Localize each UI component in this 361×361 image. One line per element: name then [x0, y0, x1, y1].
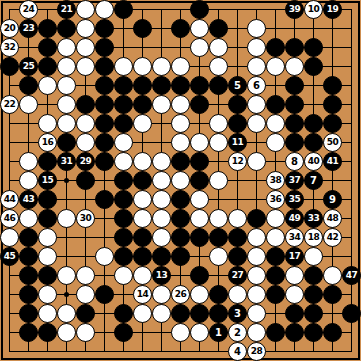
board-intersection[interactable]: [190, 0, 209, 19]
board-intersection[interactable]: [57, 285, 76, 304]
board-intersection[interactable]: [266, 38, 285, 57]
white-stone[interactable]: [57, 57, 76, 76]
board-intersection[interactable]: [171, 114, 190, 133]
white-stone[interactable]: [247, 228, 266, 247]
white-stone[interactable]: [38, 76, 57, 95]
black-stone[interactable]: [114, 95, 133, 114]
board-intersection[interactable]: [19, 95, 38, 114]
board-intersection[interactable]: [285, 38, 304, 57]
board-intersection[interactable]: [285, 95, 304, 114]
board-intersection[interactable]: [323, 95, 342, 114]
board-intersection[interactable]: [247, 171, 266, 190]
black-stone[interactable]: [19, 76, 38, 95]
board-intersection[interactable]: [95, 228, 114, 247]
board-intersection[interactable]: [209, 209, 228, 228]
board-intersection[interactable]: [171, 266, 190, 285]
board-intersection[interactable]: [152, 247, 171, 266]
board-intersection[interactable]: [19, 152, 38, 171]
board-intersection[interactable]: [133, 190, 152, 209]
board-intersection[interactable]: [247, 133, 266, 152]
white-stone[interactable]: [190, 19, 209, 38]
board-intersection[interactable]: [323, 114, 342, 133]
black-stone[interactable]: 9: [323, 190, 342, 209]
black-stone[interactable]: [38, 323, 57, 342]
board-intersection[interactable]: [95, 0, 114, 19]
board-intersection[interactable]: [0, 0, 19, 19]
board-intersection[interactable]: [266, 323, 285, 342]
white-stone[interactable]: [152, 209, 171, 228]
board-intersection[interactable]: [133, 76, 152, 95]
board-intersection[interactable]: [38, 304, 57, 323]
board-intersection[interactable]: [0, 304, 19, 323]
board-intersection[interactable]: [228, 57, 247, 76]
board-intersection[interactable]: [266, 304, 285, 323]
white-stone[interactable]: [57, 95, 76, 114]
board-intersection[interactable]: [114, 57, 133, 76]
board-intersection[interactable]: [304, 114, 323, 133]
white-stone[interactable]: [114, 57, 133, 76]
board-intersection[interactable]: [38, 342, 57, 361]
board-intersection[interactable]: [76, 76, 95, 95]
board-intersection[interactable]: [266, 285, 285, 304]
black-stone[interactable]: [304, 323, 323, 342]
board-intersection[interactable]: [247, 323, 266, 342]
board-intersection[interactable]: [171, 76, 190, 95]
board-intersection[interactable]: [57, 38, 76, 57]
board-intersection[interactable]: [57, 95, 76, 114]
board-intersection[interactable]: [114, 133, 133, 152]
board-intersection[interactable]: [95, 304, 114, 323]
board-intersection[interactable]: [19, 323, 38, 342]
board-intersection[interactable]: [95, 57, 114, 76]
board-intersection[interactable]: [171, 95, 190, 114]
white-stone[interactable]: [190, 285, 209, 304]
board-intersection[interactable]: [304, 342, 323, 361]
white-stone[interactable]: 38: [266, 171, 285, 190]
board-intersection[interactable]: [209, 76, 228, 95]
board-intersection[interactable]: [152, 114, 171, 133]
white-stone[interactable]: [38, 285, 57, 304]
board-intersection[interactable]: [133, 247, 152, 266]
board-intersection[interactable]: 43: [19, 190, 38, 209]
board-intersection[interactable]: [114, 342, 133, 361]
board-intersection[interactable]: [285, 19, 304, 38]
black-stone[interactable]: [133, 95, 152, 114]
board-intersection[interactable]: 49: [285, 209, 304, 228]
board-intersection[interactable]: [133, 152, 152, 171]
board-intersection[interactable]: [57, 342, 76, 361]
white-stone[interactable]: [266, 228, 285, 247]
black-stone[interactable]: [19, 285, 38, 304]
black-stone[interactable]: [190, 266, 209, 285]
white-stone[interactable]: 24: [19, 0, 38, 19]
white-stone[interactable]: 42: [323, 228, 342, 247]
board-intersection[interactable]: [342, 247, 361, 266]
board-intersection[interactable]: [57, 76, 76, 95]
black-stone[interactable]: [95, 38, 114, 57]
board-intersection[interactable]: [76, 190, 95, 209]
board-intersection[interactable]: [95, 285, 114, 304]
white-stone[interactable]: 26: [171, 285, 190, 304]
black-stone[interactable]: [285, 38, 304, 57]
board-intersection[interactable]: [133, 304, 152, 323]
black-stone[interactable]: [114, 114, 133, 133]
board-intersection[interactable]: [57, 304, 76, 323]
white-stone[interactable]: 10: [304, 0, 323, 19]
black-stone[interactable]: [76, 171, 95, 190]
board-intersection[interactable]: [152, 228, 171, 247]
board-intersection[interactable]: 32: [0, 38, 19, 57]
black-stone[interactable]: [19, 266, 38, 285]
board-intersection[interactable]: [247, 0, 266, 19]
black-stone[interactable]: [228, 228, 247, 247]
black-stone[interactable]: [228, 114, 247, 133]
black-stone[interactable]: [266, 323, 285, 342]
black-stone[interactable]: [304, 266, 323, 285]
white-stone[interactable]: [266, 57, 285, 76]
board-intersection[interactable]: [57, 114, 76, 133]
board-intersection[interactable]: [152, 285, 171, 304]
white-stone[interactable]: 22: [0, 95, 19, 114]
board-intersection[interactable]: [171, 152, 190, 171]
board-intersection[interactable]: [95, 171, 114, 190]
board-intersection[interactable]: [323, 76, 342, 95]
black-stone[interactable]: [114, 0, 133, 19]
black-stone[interactable]: [171, 209, 190, 228]
board-intersection[interactable]: [38, 228, 57, 247]
white-stone[interactable]: [76, 266, 95, 285]
board-intersection[interactable]: [171, 38, 190, 57]
board-intersection[interactable]: [19, 247, 38, 266]
white-stone[interactable]: [114, 133, 133, 152]
board-intersection[interactable]: [0, 171, 19, 190]
black-stone[interactable]: [266, 266, 285, 285]
board-intersection[interactable]: [323, 247, 342, 266]
white-stone[interactable]: [38, 228, 57, 247]
white-stone[interactable]: [209, 57, 228, 76]
white-stone[interactable]: [285, 266, 304, 285]
board-intersection[interactable]: 29: [76, 152, 95, 171]
white-stone[interactable]: [247, 95, 266, 114]
board-intersection[interactable]: [209, 114, 228, 133]
board-intersection[interactable]: 40: [304, 152, 323, 171]
white-stone[interactable]: [152, 171, 171, 190]
white-stone[interactable]: 28: [247, 342, 266, 361]
white-stone[interactable]: [171, 114, 190, 133]
white-stone[interactable]: [247, 152, 266, 171]
board-intersection[interactable]: [190, 247, 209, 266]
board-intersection[interactable]: [133, 342, 152, 361]
board-intersection[interactable]: [19, 285, 38, 304]
board-intersection[interactable]: [342, 57, 361, 76]
white-stone[interactable]: [209, 209, 228, 228]
board-intersection[interactable]: 6: [247, 76, 266, 95]
board-intersection[interactable]: [38, 209, 57, 228]
board-intersection[interactable]: [76, 95, 95, 114]
board-intersection[interactable]: [114, 152, 133, 171]
white-stone[interactable]: 8: [285, 152, 304, 171]
board-intersection[interactable]: [266, 76, 285, 95]
board-intersection[interactable]: [133, 95, 152, 114]
board-intersection[interactable]: [323, 57, 342, 76]
board-intersection[interactable]: [209, 342, 228, 361]
board-intersection[interactable]: [114, 304, 133, 323]
black-stone[interactable]: [57, 19, 76, 38]
board-intersection[interactable]: [76, 285, 95, 304]
board-intersection[interactable]: 14: [133, 285, 152, 304]
black-stone[interactable]: [342, 304, 361, 323]
board-intersection[interactable]: [171, 342, 190, 361]
board-intersection[interactable]: [171, 133, 190, 152]
white-stone[interactable]: [133, 152, 152, 171]
board-intersection[interactable]: [38, 38, 57, 57]
board-intersection[interactable]: [152, 0, 171, 19]
black-stone[interactable]: [190, 76, 209, 95]
board-intersection[interactable]: [0, 133, 19, 152]
black-stone[interactable]: [19, 247, 38, 266]
white-stone[interactable]: [247, 266, 266, 285]
board-intersection[interactable]: 23: [19, 19, 38, 38]
black-stone[interactable]: [285, 95, 304, 114]
black-stone[interactable]: [95, 152, 114, 171]
black-stone[interactable]: 31: [57, 152, 76, 171]
board-intersection[interactable]: [19, 342, 38, 361]
black-stone[interactable]: [133, 247, 152, 266]
board-intersection[interactable]: [209, 38, 228, 57]
board-intersection[interactable]: 50: [323, 133, 342, 152]
board-intersection[interactable]: [57, 228, 76, 247]
board-intersection[interactable]: 8: [285, 152, 304, 171]
black-stone[interactable]: [304, 285, 323, 304]
board-intersection[interactable]: [95, 76, 114, 95]
white-stone[interactable]: [285, 285, 304, 304]
black-stone[interactable]: [304, 133, 323, 152]
board-intersection[interactable]: [266, 209, 285, 228]
white-stone[interactable]: [247, 57, 266, 76]
board-intersection[interactable]: [228, 38, 247, 57]
board-intersection[interactable]: [57, 57, 76, 76]
board-intersection[interactable]: [304, 19, 323, 38]
black-stone[interactable]: [171, 19, 190, 38]
white-stone[interactable]: [57, 38, 76, 57]
black-stone[interactable]: [95, 76, 114, 95]
white-stone[interactable]: [209, 133, 228, 152]
board-intersection[interactable]: [190, 57, 209, 76]
white-stone[interactable]: [133, 114, 152, 133]
board-intersection[interactable]: [38, 323, 57, 342]
board-intersection[interactable]: 24: [19, 0, 38, 19]
board-intersection[interactable]: [152, 57, 171, 76]
board-intersection[interactable]: [152, 133, 171, 152]
white-stone[interactable]: [247, 247, 266, 266]
board-intersection[interactable]: [38, 247, 57, 266]
board-intersection[interactable]: [152, 152, 171, 171]
board-intersection[interactable]: [190, 209, 209, 228]
black-stone[interactable]: [209, 19, 228, 38]
board-intersection[interactable]: [57, 266, 76, 285]
board-intersection[interactable]: [0, 114, 19, 133]
white-stone[interactable]: [209, 114, 228, 133]
black-stone[interactable]: [266, 285, 285, 304]
black-stone[interactable]: [19, 304, 38, 323]
board-intersection[interactable]: [342, 95, 361, 114]
board-intersection[interactable]: [171, 190, 190, 209]
white-stone[interactable]: 50: [323, 133, 342, 152]
board-intersection[interactable]: [171, 209, 190, 228]
white-stone[interactable]: [95, 247, 114, 266]
board-intersection[interactable]: [114, 171, 133, 190]
white-stone[interactable]: [57, 76, 76, 95]
board-intersection[interactable]: [152, 323, 171, 342]
board-intersection[interactable]: [76, 57, 95, 76]
board-intersection[interactable]: 26: [171, 285, 190, 304]
board-intersection[interactable]: [38, 190, 57, 209]
board-intersection[interactable]: [171, 304, 190, 323]
board-intersection[interactable]: [285, 57, 304, 76]
white-stone[interactable]: [247, 304, 266, 323]
board-intersection[interactable]: [304, 38, 323, 57]
board-intersection[interactable]: [247, 38, 266, 57]
board-intersection[interactable]: [209, 19, 228, 38]
white-stone[interactable]: [152, 95, 171, 114]
board-intersection[interactable]: [0, 57, 19, 76]
board-intersection[interactable]: [133, 19, 152, 38]
board-intersection[interactable]: 27: [228, 266, 247, 285]
black-stone[interactable]: [152, 247, 171, 266]
board-intersection[interactable]: [38, 57, 57, 76]
board-intersection[interactable]: [133, 114, 152, 133]
board-intersection[interactable]: 10: [304, 0, 323, 19]
board-intersection[interactable]: 39: [285, 0, 304, 19]
board-intersection[interactable]: 5: [228, 76, 247, 95]
black-stone[interactable]: [114, 323, 133, 342]
board-intersection[interactable]: [19, 133, 38, 152]
black-stone[interactable]: [38, 38, 57, 57]
board-intersection[interactable]: [152, 304, 171, 323]
black-stone[interactable]: [114, 247, 133, 266]
board-intersection[interactable]: [152, 95, 171, 114]
board-intersection[interactable]: [190, 323, 209, 342]
black-stone[interactable]: [171, 76, 190, 95]
board-intersection[interactable]: [342, 323, 361, 342]
board-intersection[interactable]: [95, 266, 114, 285]
board-intersection[interactable]: [190, 114, 209, 133]
black-stone[interactable]: [209, 304, 228, 323]
board-intersection[interactable]: [133, 57, 152, 76]
board-intersection[interactable]: [285, 133, 304, 152]
white-stone[interactable]: [76, 57, 95, 76]
board-intersection[interactable]: [228, 228, 247, 247]
black-stone[interactable]: 21: [57, 0, 76, 19]
board-intersection[interactable]: [323, 171, 342, 190]
board-intersection[interactable]: [95, 247, 114, 266]
board-intersection[interactable]: [266, 19, 285, 38]
board-intersection[interactable]: [247, 190, 266, 209]
board-intersection[interactable]: [285, 342, 304, 361]
board-intersection[interactable]: [247, 114, 266, 133]
black-stone[interactable]: 23: [19, 19, 38, 38]
white-stone[interactable]: 30: [76, 209, 95, 228]
board-intersection[interactable]: [323, 38, 342, 57]
board-intersection[interactable]: [342, 304, 361, 323]
black-stone[interactable]: [19, 228, 38, 247]
black-stone[interactable]: [114, 209, 133, 228]
board-intersection[interactable]: 41: [323, 152, 342, 171]
black-stone[interactable]: 3: [228, 304, 247, 323]
board-intersection[interactable]: 7: [304, 171, 323, 190]
black-stone[interactable]: [95, 285, 114, 304]
white-stone[interactable]: [57, 114, 76, 133]
black-stone[interactable]: [76, 304, 95, 323]
board-intersection[interactable]: [228, 285, 247, 304]
black-stone[interactable]: 37: [285, 171, 304, 190]
black-stone[interactable]: [19, 323, 38, 342]
board-intersection[interactable]: [304, 190, 323, 209]
board-intersection[interactable]: [247, 19, 266, 38]
black-stone[interactable]: [0, 57, 19, 76]
black-stone[interactable]: 1: [209, 323, 228, 342]
white-stone[interactable]: 14: [133, 285, 152, 304]
board-intersection[interactable]: [209, 152, 228, 171]
board-intersection[interactable]: [342, 19, 361, 38]
black-stone[interactable]: [209, 285, 228, 304]
board-intersection[interactable]: [190, 285, 209, 304]
board-intersection[interactable]: [152, 171, 171, 190]
black-stone[interactable]: [114, 171, 133, 190]
board-intersection[interactable]: [57, 323, 76, 342]
board-intersection[interactable]: [304, 266, 323, 285]
board-intersection[interactable]: [38, 285, 57, 304]
white-stone[interactable]: [19, 152, 38, 171]
board-intersection[interactable]: 28: [247, 342, 266, 361]
board-intersection[interactable]: [152, 342, 171, 361]
black-stone[interactable]: [323, 95, 342, 114]
board-intersection[interactable]: [76, 266, 95, 285]
black-stone[interactable]: [323, 323, 342, 342]
white-stone[interactable]: [57, 304, 76, 323]
board-intersection[interactable]: [0, 228, 19, 247]
white-stone[interactable]: [76, 285, 95, 304]
board-intersection[interactable]: 21: [57, 0, 76, 19]
white-stone[interactable]: 12: [228, 152, 247, 171]
black-stone[interactable]: [171, 247, 190, 266]
black-stone[interactable]: [114, 190, 133, 209]
white-stone[interactable]: [76, 114, 95, 133]
white-stone[interactable]: [133, 209, 152, 228]
board-intersection[interactable]: [95, 38, 114, 57]
white-stone[interactable]: 4: [228, 342, 247, 361]
white-stone[interactable]: [209, 38, 228, 57]
board-intersection[interactable]: [76, 304, 95, 323]
black-stone[interactable]: [190, 304, 209, 323]
board-intersection[interactable]: [19, 38, 38, 57]
white-stone[interactable]: 20: [0, 19, 19, 38]
board-intersection[interactable]: [247, 285, 266, 304]
white-stone[interactable]: [171, 57, 190, 76]
board-intersection[interactable]: [133, 133, 152, 152]
white-stone[interactable]: 18: [304, 228, 323, 247]
white-stone[interactable]: [247, 114, 266, 133]
black-stone[interactable]: [304, 114, 323, 133]
board-intersection[interactable]: [171, 323, 190, 342]
black-stone[interactable]: [190, 95, 209, 114]
board-intersection[interactable]: [247, 209, 266, 228]
board-intersection[interactable]: [266, 95, 285, 114]
board-intersection[interactable]: [95, 190, 114, 209]
board-intersection[interactable]: [209, 95, 228, 114]
board-intersection[interactable]: [76, 342, 95, 361]
board-intersection[interactable]: [342, 76, 361, 95]
